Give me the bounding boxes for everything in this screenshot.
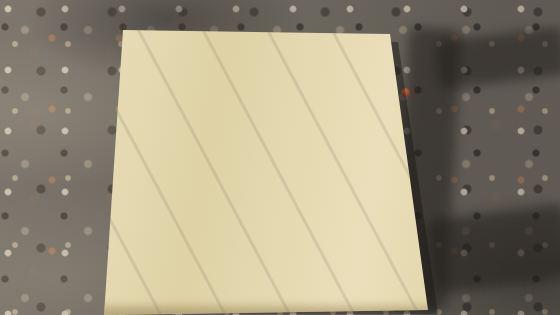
photo-canvas: [0, 0, 560, 315]
cast-shadow: [426, 204, 560, 295]
